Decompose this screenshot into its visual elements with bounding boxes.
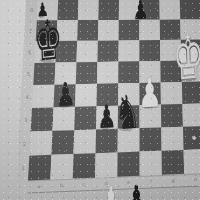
photo-scene: abcdefgh12345678 ♟♟♚♚♟♟♟♞♟♟ [0, 0, 200, 200]
pieces-layer: ♟♟♚♚♟♟♟♞♟♟ [0, 0, 200, 200]
white-pawn-f4[interactable]: ♟ [138, 72, 163, 113]
black-king-a6[interactable]: ♚ [33, 12, 64, 70]
black-knight-e3[interactable]: ♞ [113, 88, 141, 137]
black-pawn-f8[interactable]: ♟ [132, 0, 149, 23]
chessboard-photo: abcdefgh12345678 ♟♟♚♚♟♟♟♞♟♟ [0, 0, 200, 200]
black-pawn-b4[interactable]: ♟ [55, 77, 76, 112]
white-piece-below-board-left[interactable]: ♟ [101, 182, 121, 200]
white-king-h5[interactable]: ♚ [172, 25, 200, 90]
black-piece-below-board-center[interactable]: ♟ [126, 181, 148, 200]
